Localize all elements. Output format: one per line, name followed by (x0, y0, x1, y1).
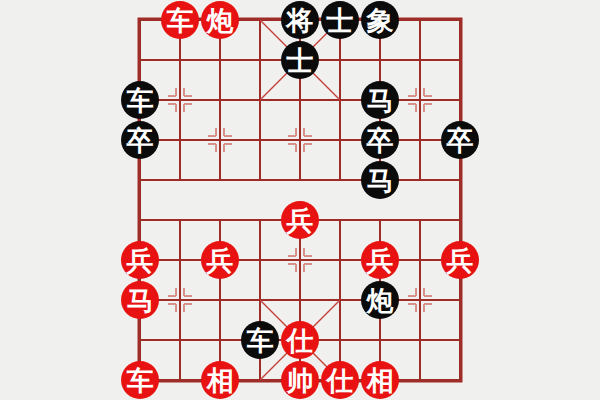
board-point-6-0: 象 (360, 0, 400, 40)
board-point-6-4: 马 (360, 160, 400, 200)
piece-black-advisor[interactable]: 士 (321, 1, 359, 39)
piece-black-chariot[interactable]: 车 (241, 321, 279, 359)
piece-red-pawn[interactable]: 兵 (201, 241, 239, 279)
xiangqi-app: 车炮将士象士车马卒卒卒马兵兵兵兵兵马炮车仕车相帅仕相 (0, 0, 600, 400)
piece-red-cannon[interactable]: 炮 (201, 1, 239, 39)
board-point-2-0: 炮 (200, 0, 240, 40)
board-point-4-8: 仕 (280, 320, 320, 360)
board-point-3-8: 车 (240, 320, 280, 360)
board-point-5-9: 仕 (320, 360, 360, 400)
piece-black-advisor[interactable]: 士 (281, 41, 319, 79)
piece-red-chariot[interactable]: 车 (161, 1, 199, 39)
board-point-8-6: 兵 (440, 240, 480, 280)
board-point-6-7: 炮 (360, 280, 400, 320)
piece-black-king[interactable]: 将 (281, 1, 319, 39)
board-point-0-3: 卒 (120, 120, 160, 160)
piece-red-advisor[interactable]: 仕 (281, 321, 319, 359)
board-point-5-0: 士 (320, 0, 360, 40)
piece-red-chariot[interactable]: 车 (121, 361, 159, 399)
piece-red-pawn[interactable]: 兵 (121, 241, 159, 279)
board-point-6-2: 马 (360, 80, 400, 120)
piece-red-advisor[interactable]: 仕 (321, 361, 359, 399)
board-point-6-9: 相 (360, 360, 400, 400)
board-point-4-0: 将 (280, 0, 320, 40)
piece-black-horse[interactable]: 马 (361, 81, 399, 119)
piece-red-king[interactable]: 帅 (281, 361, 319, 399)
piece-red-pawn[interactable]: 兵 (441, 241, 479, 279)
board-point-0-7: 马 (120, 280, 160, 320)
piece-black-horse[interactable]: 马 (361, 161, 399, 199)
piece-red-pawn[interactable]: 兵 (361, 241, 399, 279)
board-point-4-5: 兵 (280, 200, 320, 240)
piece-red-horse[interactable]: 马 (121, 281, 159, 319)
piece-red-pawn[interactable]: 兵 (281, 201, 319, 239)
board-point-0-2: 车 (120, 80, 160, 120)
board-point-0-9: 车 (120, 360, 160, 400)
piece-black-cannon[interactable]: 炮 (361, 281, 399, 319)
piece-red-elephant[interactable]: 相 (201, 361, 239, 399)
board-point-2-6: 兵 (200, 240, 240, 280)
board-point-0-6: 兵 (120, 240, 160, 280)
board-point-1-0: 车 (160, 0, 200, 40)
board-point-4-9: 帅 (280, 360, 320, 400)
board-point-6-3: 卒 (360, 120, 400, 160)
board-point-2-9: 相 (200, 360, 240, 400)
board-point-6-6: 兵 (360, 240, 400, 280)
piece-black-pawn[interactable]: 卒 (441, 121, 479, 159)
piece-black-elephant[interactable]: 象 (361, 1, 399, 39)
piece-black-pawn[interactable]: 卒 (121, 121, 159, 159)
xiangqi-board[interactable]: 车炮将士象士车马卒卒卒马兵兵兵兵兵马炮车仕车相帅仕相 (120, 0, 480, 400)
piece-black-chariot[interactable]: 车 (121, 81, 159, 119)
piece-black-pawn[interactable]: 卒 (361, 121, 399, 159)
board-point-4-1: 士 (280, 40, 320, 80)
piece-red-elephant[interactable]: 相 (361, 361, 399, 399)
board-point-8-3: 卒 (440, 120, 480, 160)
